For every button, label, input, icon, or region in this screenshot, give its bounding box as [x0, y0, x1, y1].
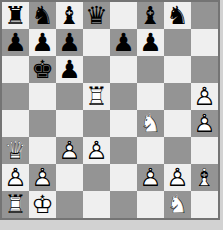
square-c2[interactable]	[56, 164, 83, 191]
black-piece-glyph: ♞	[164, 2, 191, 29]
square-d1[interactable]	[83, 191, 110, 218]
chess-board: ♜♞♝♛♝♞♟♟♟♟♟♚♟♜♖♟♙♞♘♟♙♛♕♟♙♟♙♟♙♟♙♟♙♟♙♝♗♜♖♚…	[2, 2, 218, 218]
square-a7[interactable]: ♟	[2, 29, 29, 56]
square-c7[interactable]: ♟	[56, 29, 83, 56]
square-d7[interactable]	[83, 29, 110, 56]
piece-white-pawn-icon[interactable]: ♟♙	[191, 83, 218, 110]
piece-black-pawn-icon[interactable]: ♟	[56, 29, 83, 56]
black-piece-glyph: ♝	[56, 2, 83, 29]
square-b6[interactable]: ♚	[29, 56, 56, 83]
square-h8[interactable]	[191, 2, 218, 29]
piece-white-knight-icon[interactable]: ♞♘	[164, 191, 191, 218]
square-b8[interactable]: ♞	[29, 2, 56, 29]
white-piece-outline: ♘	[164, 191, 191, 218]
square-d5[interactable]: ♜♖	[83, 83, 110, 110]
black-piece-glyph: ♚	[29, 56, 56, 83]
white-piece-outline: ♙	[191, 110, 218, 137]
piece-white-pawn-icon[interactable]: ♟♙	[29, 164, 56, 191]
square-d2[interactable]	[83, 164, 110, 191]
square-e8[interactable]	[110, 2, 137, 29]
square-c1[interactable]	[56, 191, 83, 218]
white-piece-outline: ♗	[191, 164, 218, 191]
piece-black-pawn-icon[interactable]: ♟	[137, 29, 164, 56]
square-h5[interactable]: ♟♙	[191, 83, 218, 110]
black-piece-glyph: ♟	[29, 29, 56, 56]
square-c4[interactable]	[56, 110, 83, 137]
square-h6[interactable]	[191, 56, 218, 83]
square-f6[interactable]	[137, 56, 164, 83]
white-piece-outline: ♖	[2, 191, 29, 218]
square-g8[interactable]: ♞	[164, 2, 191, 29]
piece-white-knight-icon[interactable]: ♞♘	[137, 110, 164, 137]
square-g7[interactable]	[164, 29, 191, 56]
square-f2[interactable]: ♟♙	[137, 164, 164, 191]
white-piece-outline: ♔	[29, 191, 56, 218]
piece-black-knight-icon[interactable]: ♞	[29, 2, 56, 29]
black-piece-glyph: ♜	[2, 2, 29, 29]
black-piece-glyph: ♟	[110, 29, 137, 56]
square-f1[interactable]	[137, 191, 164, 218]
square-g4[interactable]	[164, 110, 191, 137]
square-a3[interactable]: ♛♕	[2, 137, 29, 164]
square-b4[interactable]	[29, 110, 56, 137]
square-a6[interactable]	[2, 56, 29, 83]
square-b1[interactable]: ♚♔	[29, 191, 56, 218]
white-piece-outline: ♙	[137, 164, 164, 191]
square-f8[interactable]: ♝	[137, 2, 164, 29]
square-e5[interactable]	[110, 83, 137, 110]
piece-black-king-icon[interactable]: ♚	[29, 56, 56, 83]
piece-black-rook-icon[interactable]: ♜	[2, 2, 29, 29]
square-f3[interactable]	[137, 137, 164, 164]
piece-white-pawn-icon[interactable]: ♟♙	[83, 137, 110, 164]
white-piece-outline: ♙	[29, 164, 56, 191]
black-piece-glyph: ♟	[56, 29, 83, 56]
piece-white-bishop-icon[interactable]: ♝♗	[191, 164, 218, 191]
white-piece-outline: ♙	[2, 164, 29, 191]
piece-white-queen-icon[interactable]: ♛♕	[2, 137, 29, 164]
square-a5[interactable]	[2, 83, 29, 110]
square-d3[interactable]: ♟♙	[83, 137, 110, 164]
square-b5[interactable]	[29, 83, 56, 110]
square-g3[interactable]	[164, 137, 191, 164]
square-c5[interactable]	[56, 83, 83, 110]
square-b7[interactable]: ♟	[29, 29, 56, 56]
square-e4[interactable]	[110, 110, 137, 137]
square-g1[interactable]: ♞♘	[164, 191, 191, 218]
square-b2[interactable]: ♟♙	[29, 164, 56, 191]
piece-black-pawn-icon[interactable]: ♟	[56, 56, 83, 83]
black-piece-glyph: ♛	[83, 2, 110, 29]
white-piece-outline: ♖	[83, 83, 110, 110]
square-d4[interactable]	[83, 110, 110, 137]
piece-black-pawn-icon[interactable]: ♟	[110, 29, 137, 56]
square-g5[interactable]	[164, 83, 191, 110]
square-f5[interactable]	[137, 83, 164, 110]
white-piece-outline: ♙	[164, 164, 191, 191]
square-f7[interactable]: ♟	[137, 29, 164, 56]
square-h4[interactable]: ♟♙	[191, 110, 218, 137]
square-c3[interactable]: ♟♙	[56, 137, 83, 164]
white-piece-outline: ♘	[137, 110, 164, 137]
white-piece-outline: ♙	[191, 83, 218, 110]
square-h7[interactable]	[191, 29, 218, 56]
white-piece-outline: ♙	[56, 137, 83, 164]
white-piece-outline: ♙	[83, 137, 110, 164]
square-g6[interactable]	[164, 56, 191, 83]
board-frame: ♜♞♝♛♝♞♟♟♟♟♟♚♟♜♖♟♙♞♘♟♙♛♕♟♙♟♙♟♙♟♙♟♙♟♙♝♗♜♖♚…	[0, 0, 220, 220]
square-a4[interactable]	[2, 110, 29, 137]
square-h3[interactable]	[191, 137, 218, 164]
square-f4[interactable]: ♞♘	[137, 110, 164, 137]
black-piece-glyph: ♟	[56, 56, 83, 83]
square-c6[interactable]: ♟	[56, 56, 83, 83]
piece-black-knight-icon[interactable]: ♞	[164, 2, 191, 29]
piece-black-bishop-icon[interactable]: ♝	[137, 2, 164, 29]
square-e7[interactable]: ♟	[110, 29, 137, 56]
square-h2[interactable]: ♝♗	[191, 164, 218, 191]
square-a2[interactable]: ♟♙	[2, 164, 29, 191]
black-piece-glyph: ♟	[137, 29, 164, 56]
piece-white-rook-icon[interactable]: ♜♖	[83, 83, 110, 110]
square-h1[interactable]	[191, 191, 218, 218]
square-g2[interactable]: ♟♙	[164, 164, 191, 191]
piece-white-pawn-icon[interactable]: ♟♙	[2, 164, 29, 191]
piece-white-pawn-icon[interactable]: ♟♙	[56, 137, 83, 164]
piece-white-pawn-icon[interactable]: ♟♙	[164, 164, 191, 191]
square-d6[interactable]	[83, 56, 110, 83]
square-e3[interactable]	[110, 137, 137, 164]
piece-black-pawn-icon[interactable]: ♟	[29, 29, 56, 56]
square-e1[interactable]	[110, 191, 137, 218]
white-piece-outline: ♕	[2, 137, 29, 164]
square-a8[interactable]: ♜	[2, 2, 29, 29]
piece-black-bishop-icon[interactable]: ♝	[56, 2, 83, 29]
piece-white-pawn-icon[interactable]: ♟♙	[191, 110, 218, 137]
square-c8[interactable]: ♝	[56, 2, 83, 29]
square-e6[interactable]	[110, 56, 137, 83]
square-e2[interactable]	[110, 164, 137, 191]
window-margin-right	[220, 0, 223, 220]
chess-app-window: ♜♞♝♛♝♞♟♟♟♟♟♚♟♜♖♟♙♞♘♟♙♛♕♟♙♟♙♟♙♟♙♟♙♟♙♝♗♜♖♚…	[0, 0, 223, 230]
black-piece-glyph: ♟	[2, 29, 29, 56]
black-piece-glyph: ♝	[137, 2, 164, 29]
square-b3[interactable]	[29, 137, 56, 164]
piece-white-king-icon[interactable]: ♚♔	[29, 191, 56, 218]
piece-black-queen-icon[interactable]: ♛	[83, 2, 110, 29]
black-piece-glyph: ♞	[29, 2, 56, 29]
piece-black-pawn-icon[interactable]: ♟	[2, 29, 29, 56]
window-margin-bottom	[0, 220, 223, 230]
piece-white-rook-icon[interactable]: ♜♖	[2, 191, 29, 218]
square-a1[interactable]: ♜♖	[2, 191, 29, 218]
square-d8[interactable]: ♛	[83, 2, 110, 29]
piece-white-pawn-icon[interactable]: ♟♙	[137, 164, 164, 191]
